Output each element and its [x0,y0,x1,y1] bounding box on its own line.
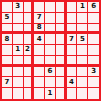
cell-r6c9[interactable] [88,56,99,67]
given-digit: 8 [4,36,9,43]
cell-r5c9[interactable] [88,45,99,56]
cell-r5c1[interactable] [2,45,13,56]
cell-r8c5[interactable] [45,77,56,88]
cell-r7c1[interactable] [2,67,13,78]
cell-r8c9[interactable] [88,77,99,88]
cell-r3c1[interactable] [2,24,13,35]
cell-r6c3[interactable] [24,56,35,67]
cell-r2c5[interactable] [45,13,56,24]
cell-r2c6[interactable] [56,13,67,24]
cell-r9c9[interactable] [88,88,99,99]
cell-r3c9[interactable] [88,24,99,35]
cell-r5c7[interactable] [67,45,78,56]
cell-r8c2[interactable] [13,77,24,88]
cell-r9c8[interactable] [77,88,88,99]
cell-r3c4: 8 [34,24,45,35]
cell-r6c6[interactable] [56,56,67,67]
cell-r8c8[interactable] [77,77,88,88]
cell-r3c6[interactable] [56,24,67,35]
cell-r5c6[interactable] [56,45,67,56]
cell-r6c2[interactable] [13,56,24,67]
cell-r9c7[interactable] [67,88,78,99]
sudoku-board: 31657884751263741 [0,0,101,101]
given-digit: 5 [4,14,9,21]
given-digit: 1 [15,46,20,53]
cell-r9c3[interactable] [24,88,35,99]
cell-r1c4[interactable] [34,2,45,13]
given-digit: 7 [4,79,9,86]
cell-r6c4[interactable] [34,56,45,67]
cell-r4c3[interactable] [24,34,35,45]
cell-r1c5[interactable] [45,2,56,13]
given-digit: 4 [37,36,42,43]
cell-r3c3[interactable] [24,24,35,35]
cell-r9c2[interactable] [13,88,24,99]
cell-r8c7: 4 [67,77,78,88]
cell-r1c1[interactable] [2,2,13,13]
cell-r2c2[interactable] [13,13,24,24]
cell-r1c9: 6 [88,2,99,13]
cell-r7c6[interactable] [56,67,67,78]
cell-r5c8[interactable] [77,45,88,56]
given-digit: 7 [37,14,42,21]
cell-r7c5: 6 [45,67,56,78]
cell-r4c5[interactable] [45,34,56,45]
cell-r1c8: 1 [77,2,88,13]
given-digit: 3 [15,3,20,10]
cell-r9c6[interactable] [56,88,67,99]
cell-r8c3[interactable] [24,77,35,88]
cell-r5c5[interactable] [45,45,56,56]
cell-r5c2: 1 [13,45,24,56]
cell-r6c1[interactable] [2,56,13,67]
cell-r4c8: 5 [77,34,88,45]
given-digit: 6 [48,68,53,75]
cell-r2c4: 7 [34,13,45,24]
cell-r2c9[interactable] [88,13,99,24]
given-digit: 4 [69,79,74,86]
given-digit: 5 [80,36,85,43]
cell-r7c2[interactable] [13,67,24,78]
cell-r5c3: 2 [24,45,35,56]
cell-r8c1: 7 [2,77,13,88]
cell-r1c3[interactable] [24,2,35,13]
given-digit: 3 [91,68,96,75]
cell-r7c7[interactable] [67,67,78,78]
cell-r4c2[interactable] [13,34,24,45]
cell-r9c4[interactable] [34,88,45,99]
cell-r7c8[interactable] [77,67,88,78]
given-digit: 1 [80,3,85,10]
cell-r1c7[interactable] [67,2,78,13]
cell-r2c1: 5 [2,13,13,24]
cell-r8c4[interactable] [34,77,45,88]
cell-r6c7[interactable] [67,56,78,67]
cell-r2c3[interactable] [24,13,35,24]
given-digit: 6 [91,3,96,10]
cell-r8c6[interactable] [56,77,67,88]
given-digit: 1 [48,90,53,97]
cell-r6c5[interactable] [45,56,56,67]
cell-r1c2: 3 [13,2,24,13]
cell-r7c3[interactable] [24,67,35,78]
cell-r4c9[interactable] [88,34,99,45]
cell-r3c7[interactable] [67,24,78,35]
given-digit: 8 [37,24,42,31]
cell-r7c4[interactable] [34,67,45,78]
cell-r4c6[interactable] [56,34,67,45]
cell-r1c6[interactable] [56,2,67,13]
cell-r3c2[interactable] [13,24,24,35]
cell-r2c7[interactable] [67,13,78,24]
cell-r3c8[interactable] [77,24,88,35]
cell-r6c8[interactable] [77,56,88,67]
cell-r7c9: 3 [88,67,99,78]
given-digit: 7 [69,36,74,43]
cell-r9c5: 1 [45,88,56,99]
cell-r4c7: 7 [67,34,78,45]
cell-r4c4: 4 [34,34,45,45]
cell-r9c1[interactable] [2,88,13,99]
cell-r5c4[interactable] [34,45,45,56]
cell-r4c1: 8 [2,34,13,45]
cell-r3c5[interactable] [45,24,56,35]
given-digit: 2 [25,46,30,53]
cell-r2c8[interactable] [77,13,88,24]
